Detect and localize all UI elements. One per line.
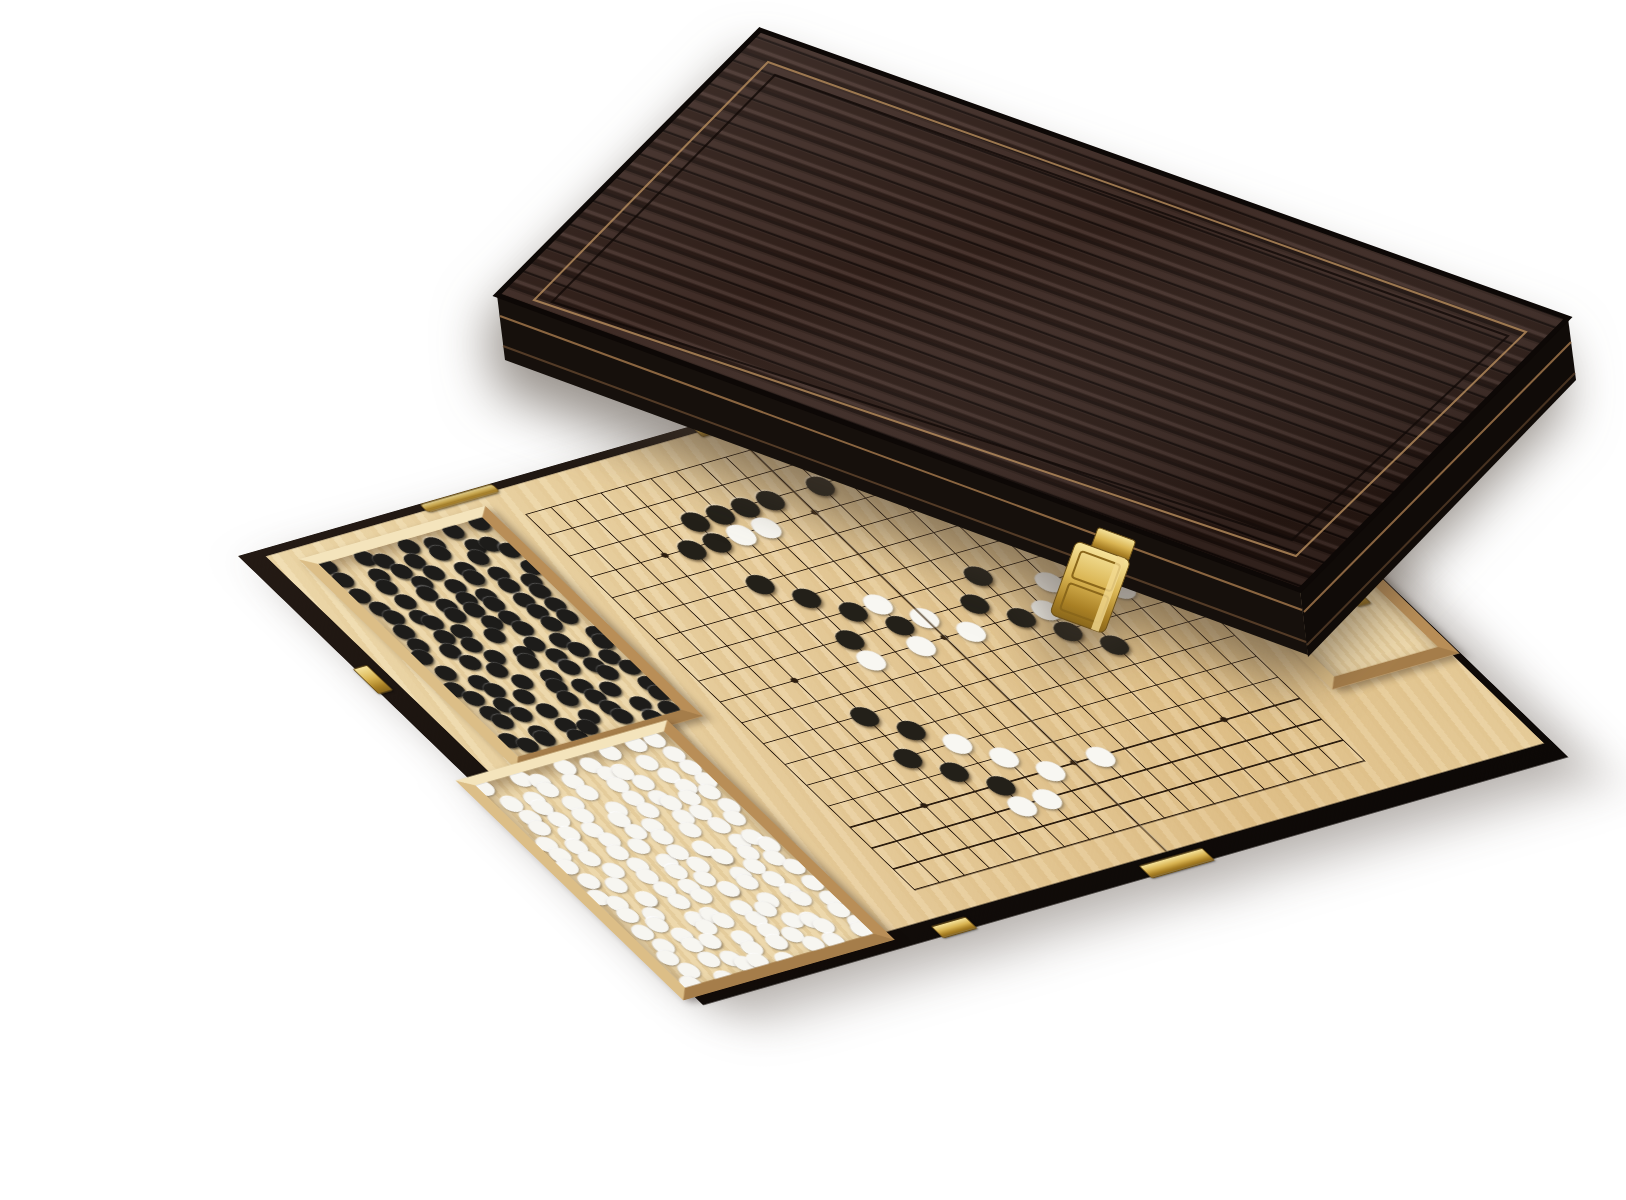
closed-case-lid[interactable] <box>430 0 1626 700</box>
product-photo-stage: ●●●●●●●●●●●●●●●●●●●●●●●●●●●●●●●●●●●●●●●●… <box>0 0 1626 1200</box>
tray-white-stone: ● <box>842 916 880 940</box>
tray-white-stone: ● <box>766 947 804 971</box>
bottom-clasp-icon <box>931 916 978 938</box>
